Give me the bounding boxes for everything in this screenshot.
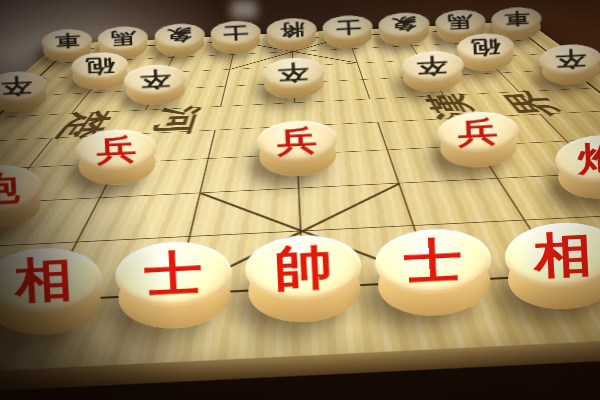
piece-character: 卒: [1, 75, 33, 97]
piece-character: 炮: [577, 141, 600, 177]
piece-character: 兵: [276, 125, 318, 156]
xiangqi-photo-scene: 楚河 漢界 車馬象士將士象馬車砲砲卒卒卒卒卒兵兵兵兵兵炮炮車馬相士帥士相馬車: [0, 0, 600, 400]
piece-character: 帥: [273, 242, 333, 292]
piece-black-advisor[interactable]: 士: [210, 20, 262, 54]
piece-character: 卒: [416, 55, 448, 77]
piece-character: 車: [54, 33, 80, 50]
piece-character: 砲: [471, 37, 501, 57]
piece-black-soldier[interactable]: 卒: [124, 63, 188, 106]
piece-character: 卒: [278, 62, 310, 84]
piece-character: 將: [279, 22, 305, 39]
piece-red-advisor[interactable]: 士: [374, 227, 494, 318]
piece-character: 馬: [447, 14, 473, 31]
piece-black-advisor[interactable]: 士: [322, 15, 374, 49]
piece-red-soldier[interactable]: 兵: [436, 110, 519, 169]
piece-character: 砲: [85, 56, 115, 76]
piece-black-soldier[interactable]: 卒: [0, 70, 49, 113]
piece-character: 象: [391, 16, 417, 33]
piece-character: 兵: [457, 117, 499, 148]
piece-character: 炮: [0, 170, 20, 206]
piece-red-elephant[interactable]: 相: [0, 246, 104, 337]
piece-black-soldier[interactable]: 卒: [539, 43, 600, 86]
piece-red-cannon[interactable]: 炮: [554, 134, 600, 201]
piece-black-soldier[interactable]: 卒: [401, 50, 465, 93]
piece-red-elephant[interactable]: 相: [503, 220, 600, 311]
piece-black-elephant[interactable]: 象: [378, 12, 430, 46]
piece-black-soldier[interactable]: 卒: [262, 56, 326, 99]
piece-character: 卒: [555, 48, 587, 70]
piece-red-soldier[interactable]: 兵: [256, 119, 339, 178]
piece-red-cannon[interactable]: 炮: [0, 163, 44, 230]
piece-black-elephant[interactable]: 象: [154, 23, 206, 57]
piece-character: 卒: [139, 69, 171, 91]
piece-character: 兵: [96, 134, 138, 165]
piece-black-general[interactable]: 將: [266, 18, 318, 52]
piece-character: 士: [335, 19, 361, 36]
pieces-layer: 車馬象士將士象馬車砲砲卒卒卒卒卒兵兵兵兵兵炮炮車馬相士帥士相馬車: [0, 0, 600, 400]
piece-red-advisor[interactable]: 士: [114, 239, 234, 330]
piece-character: 士: [403, 236, 463, 286]
board-world: 楚河 漢界 車馬象士將士象馬車砲砲卒卒卒卒卒兵兵兵兵兵炮炮車馬相士帥士相馬車: [0, 0, 600, 400]
piece-character: 士: [223, 25, 249, 42]
piece-red-general[interactable]: 帥: [244, 233, 364, 324]
piece-character: 車: [503, 11, 529, 28]
piece-character: 相: [14, 255, 74, 305]
piece-character: 象: [166, 27, 192, 44]
piece-black-cannon[interactable]: 砲: [71, 51, 130, 91]
piece-character: 馬: [110, 30, 136, 47]
piece-character: 士: [143, 249, 203, 299]
piece-black-cannon[interactable]: 砲: [456, 32, 515, 72]
piece-red-soldier[interactable]: 兵: [75, 127, 158, 186]
piece-character: 相: [533, 230, 593, 280]
